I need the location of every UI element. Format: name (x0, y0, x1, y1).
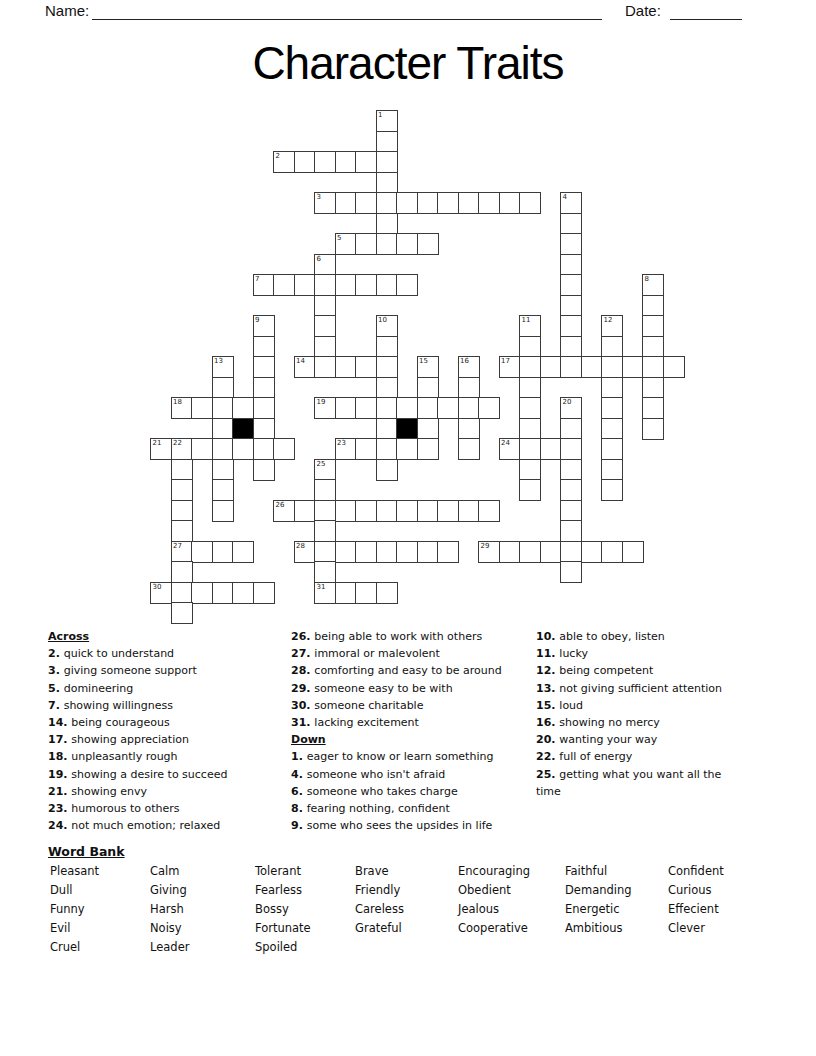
grid-cell[interactable] (396, 274, 418, 296)
cell-number: 16 (460, 357, 469, 365)
word-bank-word: Demanding (565, 881, 632, 900)
grid-cell[interactable] (560, 459, 582, 481)
grid-cell[interactable] (417, 438, 439, 460)
crossword-grid: 1234567891011121314151617181920212223242… (150, 110, 687, 627)
grid-cell[interactable] (335, 397, 357, 419)
cell-number: 12 (604, 316, 613, 324)
grid-cell[interactable] (396, 192, 418, 214)
grid-cell[interactable] (437, 500, 459, 522)
grid-cell[interactable] (314, 336, 336, 358)
grid-cell[interactable] (458, 500, 480, 522)
grid-cell[interactable] (212, 438, 234, 460)
word-bank-column: CalmGivingHarshNoisyLeader (150, 862, 189, 957)
grid-cell[interactable] (376, 213, 398, 235)
grid-cell[interactable] (560, 315, 582, 337)
clue-item: 31. lacking excitement (291, 714, 533, 731)
clue-item: 9. some who sees the upsides in life (291, 817, 533, 834)
clue-item: 13. not giving sufficient attention (536, 680, 744, 697)
grid-cell[interactable] (355, 541, 377, 563)
grid-cell[interactable] (396, 500, 418, 522)
grid-cell[interactable] (273, 274, 295, 296)
grid-cell[interactable]: 17 (499, 356, 521, 378)
cell-number: 18 (173, 398, 182, 406)
word-bank-word: Calm (150, 862, 189, 881)
grid-cell[interactable] (499, 541, 521, 563)
clue-item: 28. comforting and easy to be around (291, 662, 533, 679)
grid-cell[interactable] (376, 151, 398, 173)
grid-cell[interactable] (478, 500, 500, 522)
grid-cell[interactable] (519, 418, 541, 440)
cell-number: 3 (317, 193, 321, 201)
word-bank-word: Jealous (458, 900, 530, 919)
grid-cell[interactable] (376, 356, 398, 378)
grid-cell[interactable] (314, 315, 336, 337)
clue-item: 21. showing envy (48, 783, 286, 800)
word-bank-word: Confident (668, 862, 724, 881)
clue-item: 16. showing no mercy (536, 714, 744, 731)
grid-cell[interactable] (376, 131, 398, 153)
clue-item: 15. loud (536, 697, 744, 714)
grid-cell[interactable] (560, 418, 582, 440)
grid-cell[interactable]: 23 (335, 438, 357, 460)
grid-cell[interactable] (519, 459, 541, 481)
grid-cell[interactable] (499, 192, 521, 214)
grid-cell[interactable] (171, 479, 193, 501)
grid-cell[interactable] (437, 541, 459, 563)
clue-number: 19. (48, 768, 71, 781)
clue-number: 12. (536, 664, 559, 677)
grid-cell[interactable] (376, 336, 398, 358)
grid-cell[interactable] (314, 151, 336, 173)
cell-number: 23 (337, 439, 346, 447)
grid-cell[interactable] (355, 582, 377, 604)
grid-cell[interactable]: 21 (150, 438, 172, 460)
grid-cell[interactable]: 15 (417, 356, 439, 378)
grid-cell[interactable] (294, 500, 316, 522)
grid-cell[interactable]: 24 (499, 438, 521, 460)
grid-cell[interactable] (253, 377, 275, 399)
grid-cell[interactable] (560, 356, 582, 378)
grid-cell[interactable] (560, 336, 582, 358)
grid-cell[interactable] (376, 233, 398, 255)
grid-cell[interactable] (560, 520, 582, 542)
word-bank-word: Friendly (355, 881, 404, 900)
black-cell (396, 418, 418, 440)
clue-item: 3. giving someone support (48, 662, 286, 679)
grid-cell[interactable] (335, 500, 357, 522)
cell-number: 28 (296, 542, 305, 550)
cell-number: 9 (255, 316, 259, 324)
grid-cell[interactable] (212, 397, 234, 419)
clues-column-3: 10. able to obey, listen11. lucky12. bei… (536, 628, 744, 800)
grid-cell[interactable]: 31 (314, 582, 336, 604)
clue-number: 5. (48, 682, 64, 695)
cell-number: 27 (173, 542, 182, 550)
grid-cell[interactable] (355, 438, 377, 460)
grid-cell[interactable] (171, 500, 193, 522)
clue-number: 21. (48, 785, 71, 798)
grid-cell[interactable] (212, 479, 234, 501)
grid-cell[interactable] (601, 377, 623, 399)
word-bank-word: Tolerant (255, 862, 311, 881)
grid-cell[interactable] (355, 500, 377, 522)
clue-number: 23. (48, 802, 71, 815)
grid-cell[interactable] (314, 479, 336, 501)
grid-cell[interactable] (376, 172, 398, 194)
cell-number: 14 (296, 357, 305, 365)
grid-cell[interactable] (519, 479, 541, 501)
clue-item: 2. quick to understand (48, 645, 286, 662)
grid-cell[interactable] (601, 438, 623, 460)
cell-number: 29 (481, 542, 490, 550)
grid-cell[interactable] (396, 397, 418, 419)
grid-cell[interactable] (519, 336, 541, 358)
clue-number: 14. (48, 716, 71, 729)
grid-cell[interactable] (376, 274, 398, 296)
grid-cell[interactable] (376, 192, 398, 214)
grid-cell[interactable] (601, 459, 623, 481)
word-bank-word: Faithful (565, 862, 632, 881)
grid-cell[interactable] (540, 438, 562, 460)
grid-cell[interactable] (417, 500, 439, 522)
grid-cell[interactable] (622, 541, 644, 563)
clue-item: 5. domineering (48, 680, 286, 697)
grid-cell[interactable]: 19 (314, 397, 336, 419)
grid-cell[interactable] (458, 397, 480, 419)
word-bank-word: Bossy (255, 900, 311, 919)
grid-cell[interactable] (355, 192, 377, 214)
grid-cell[interactable]: 26 (273, 500, 295, 522)
grid-cell[interactable]: 12 (601, 315, 623, 337)
grid-cell[interactable] (212, 500, 234, 522)
clue-item: 12. being competent (536, 662, 744, 679)
grid-cell[interactable] (171, 582, 193, 604)
grid-cell[interactable] (335, 582, 357, 604)
name-label: Name: (45, 2, 89, 19)
clue-number: 25. (536, 768, 559, 781)
clue-number: 1. (291, 750, 307, 763)
grid-cell[interactable] (314, 274, 336, 296)
grid-cell[interactable] (376, 397, 398, 419)
clue-item: 27. immoral or malevolent (291, 645, 533, 662)
grid-cell[interactable] (396, 541, 418, 563)
grid-cell[interactable]: 5 (335, 233, 357, 255)
grid-cell[interactable] (519, 438, 541, 460)
cell-number: 7 (255, 275, 259, 283)
grid-cell[interactable]: 16 (458, 356, 480, 378)
grid-cell[interactable] (642, 336, 664, 358)
clue-item: 26. being able to work with others (291, 628, 533, 645)
clue-number: 7. (48, 699, 64, 712)
grid-cell[interactable] (458, 438, 480, 460)
word-bank-word: Brave (355, 862, 404, 881)
grid-cell[interactable] (519, 541, 541, 563)
grid-cell[interactable]: 4 (560, 192, 582, 214)
grid-cell[interactable] (642, 397, 664, 419)
grid-cell[interactable] (314, 561, 336, 583)
clue-item: 20. wanting your way (536, 731, 744, 748)
grid-cell[interactable] (560, 479, 582, 501)
grid-cell[interactable] (458, 418, 480, 440)
worksheet-page: Name: Date: Character Traits 12345678910… (0, 0, 816, 1056)
grid-cell[interactable] (642, 356, 664, 378)
grid-cell[interactable] (560, 500, 582, 522)
grid-cell[interactable] (191, 582, 213, 604)
grid-cell[interactable] (458, 377, 480, 399)
cell-number: 20 (563, 398, 572, 406)
clue-number: 24. (48, 819, 71, 832)
grid-cell[interactable] (376, 438, 398, 460)
grid-cell[interactable] (355, 151, 377, 173)
grid-cell[interactable] (335, 151, 357, 173)
grid-cell[interactable] (540, 356, 562, 378)
grid-cell[interactable] (540, 541, 562, 563)
clue-item: 22. full of energy (536, 748, 744, 765)
grid-cell[interactable] (253, 418, 275, 440)
grid-cell[interactable] (560, 541, 582, 563)
clue-number: 10. (536, 630, 559, 643)
clue-number: 2. (48, 647, 64, 660)
grid-cell[interactable] (212, 418, 234, 440)
grid-cell[interactable] (519, 377, 541, 399)
grid-cell[interactable] (601, 479, 623, 501)
name-line[interactable] (92, 3, 602, 20)
word-bank-word: Curious (668, 881, 724, 900)
grid-cell[interactable] (642, 295, 664, 317)
word-bank-word: Funny (50, 900, 99, 919)
grid-cell[interactable] (396, 438, 418, 460)
grid-cell[interactable] (417, 233, 439, 255)
grid-cell[interactable] (560, 561, 582, 583)
clue-item: 11. lucky (536, 645, 744, 662)
clue-item: 25. getting what you want all the time (536, 766, 744, 800)
grid-cell[interactable] (560, 213, 582, 235)
word-bank-word: Obedient (458, 881, 530, 900)
date-line[interactable] (670, 3, 742, 20)
date-label: Date: (625, 2, 661, 19)
grid-cell[interactable]: 1 (376, 110, 398, 132)
word-bank-title: Word Bank (48, 844, 125, 859)
grid-cell[interactable] (335, 356, 357, 378)
clue-item: 4. someone who isn't afraid (291, 766, 533, 783)
grid-cell[interactable] (212, 377, 234, 399)
grid-cell[interactable] (458, 192, 480, 214)
grid-cell[interactable] (294, 151, 316, 173)
word-bank-column: TolerantFearlessBossyFortunateSpoiled (255, 862, 311, 957)
grid-cell[interactable]: 28 (294, 541, 316, 563)
cell-number: 5 (337, 234, 341, 242)
word-bank-word: Dull (50, 881, 99, 900)
grid-cell[interactable] (314, 500, 336, 522)
grid-cell[interactable] (601, 418, 623, 440)
grid-cell[interactable] (417, 377, 439, 399)
grid-cell[interactable] (253, 356, 275, 378)
grid-cell[interactable] (253, 336, 275, 358)
clue-number: 13. (536, 682, 559, 695)
grid-cell[interactable]: 10 (376, 315, 398, 337)
grid-cell[interactable] (376, 500, 398, 522)
grid-cell[interactable] (376, 418, 398, 440)
grid-cell[interactable] (335, 192, 357, 214)
grid-cell[interactable] (642, 377, 664, 399)
grid-cell[interactable] (417, 192, 439, 214)
grid-cell[interactable] (335, 541, 357, 563)
grid-cell[interactable]: 30 (150, 582, 172, 604)
grid-cell[interactable] (622, 356, 644, 378)
grid-cell[interactable] (355, 233, 377, 255)
grid-cell[interactable] (417, 418, 439, 440)
grid-cell[interactable] (253, 397, 275, 419)
word-bank-word: Careless (355, 900, 404, 919)
grid-cell[interactable]: 29 (478, 541, 500, 563)
word-bank-word: Spoiled (255, 938, 311, 957)
clue-number: 4. (291, 768, 307, 781)
clue-item: 6. someone who takes charge (291, 783, 533, 800)
grid-cell[interactable] (601, 541, 623, 563)
clue-number: 28. (291, 664, 314, 677)
grid-cell[interactable] (171, 561, 193, 583)
clue-item: 30. someone charitable (291, 697, 533, 714)
grid-cell[interactable] (519, 356, 541, 378)
grid-cell[interactable] (171, 602, 193, 624)
word-bank-word: Giving (150, 881, 189, 900)
cell-number: 17 (501, 357, 510, 365)
cell-number: 11 (522, 316, 531, 324)
grid-cell[interactable] (581, 356, 603, 378)
grid-cell[interactable] (417, 397, 439, 419)
grid-cell[interactable] (519, 397, 541, 419)
clue-number: 27. (291, 647, 314, 660)
grid-cell[interactable] (355, 356, 377, 378)
black-cell (232, 418, 254, 440)
grid-cell[interactable] (663, 356, 685, 378)
word-bank-word: Evil (50, 919, 99, 938)
grid-cell[interactable] (212, 582, 234, 604)
grid-cell[interactable] (355, 397, 377, 419)
grid-cell[interactable] (396, 233, 418, 255)
grid-cell[interactable]: 9 (253, 315, 275, 337)
grid-cell[interactable]: 2 (273, 151, 295, 173)
word-bank-word: Fearless (255, 881, 311, 900)
cell-number: 22 (173, 439, 182, 447)
grid-cell[interactable] (253, 438, 275, 460)
clue-number: 17. (48, 733, 71, 746)
grid-cell[interactable] (601, 356, 623, 378)
grid-cell[interactable] (212, 541, 234, 563)
word-bank-column: FaithfulDemandingEnergeticAmbitious (565, 862, 632, 938)
word-bank-word: Noisy (150, 919, 189, 938)
grid-cell[interactable]: 22 (171, 438, 193, 460)
grid-cell[interactable]: 6 (314, 254, 336, 276)
grid-cell[interactable] (560, 274, 582, 296)
grid-cell[interactable]: 27 (171, 541, 193, 563)
word-bank-column: EncouragingObedientJealousCooperative (458, 862, 530, 938)
grid-cell[interactable] (642, 315, 664, 337)
grid-cell[interactable]: 3 (314, 192, 336, 214)
grid-cell[interactable] (232, 438, 254, 460)
grid-cell[interactable] (376, 582, 398, 604)
clue-item: 8. fearing nothing, confident (291, 800, 533, 817)
grid-cell[interactable] (212, 459, 234, 481)
word-bank-word: Clever (668, 919, 724, 938)
grid-cell[interactable] (191, 397, 213, 419)
word-bank-word: Harsh (150, 900, 189, 919)
grid-cell[interactable] (232, 582, 254, 604)
clue-item: 29. someone easy to be with (291, 680, 533, 697)
clue-number: 29. (291, 682, 314, 695)
grid-cell[interactable] (191, 541, 213, 563)
word-bank-word: Encouraging (458, 862, 530, 881)
grid-cell[interactable] (601, 397, 623, 419)
grid-cell[interactable] (581, 541, 603, 563)
clue-number: 31. (291, 716, 314, 729)
grid-cell[interactable] (437, 397, 459, 419)
grid-cell[interactable] (437, 192, 459, 214)
grid-cell[interactable] (478, 192, 500, 214)
grid-cell[interactable] (314, 541, 336, 563)
grid-cell[interactable] (560, 233, 582, 255)
cell-number: 2 (276, 152, 280, 160)
grid-cell[interactable] (314, 520, 336, 542)
grid-cell[interactable] (417, 541, 439, 563)
grid-cell[interactable] (478, 397, 500, 419)
clue-item: 17. showing appreciation (48, 731, 286, 748)
grid-cell[interactable]: 20 (560, 397, 582, 419)
grid-cell[interactable] (273, 438, 295, 460)
grid-cell[interactable] (376, 377, 398, 399)
grid-cell[interactable] (171, 520, 193, 542)
word-bank-column: PleasantDullFunnyEvilCruel (50, 862, 99, 957)
grid-cell[interactable] (519, 192, 541, 214)
grid-cell[interactable] (601, 336, 623, 358)
cell-number: 26 (276, 501, 285, 509)
grid-cell[interactable] (232, 541, 254, 563)
grid-cell[interactable] (314, 356, 336, 378)
grid-cell[interactable] (376, 459, 398, 481)
clue-item: 14. being courageous (48, 714, 286, 731)
clue-number: 11. (536, 647, 559, 660)
grid-cell[interactable] (560, 295, 582, 317)
cell-number: 30 (153, 583, 162, 591)
grid-cell[interactable]: 7 (253, 274, 275, 296)
grid-cell[interactable] (355, 274, 377, 296)
grid-cell[interactable]: 25 (314, 459, 336, 481)
grid-cell[interactable] (232, 397, 254, 419)
grid-cell[interactable] (253, 459, 275, 481)
clues-column-1: Across2. quick to understand3. giving so… (48, 628, 286, 834)
grid-cell[interactable]: 18 (171, 397, 193, 419)
grid-cell[interactable]: 8 (642, 274, 664, 296)
grid-cell[interactable]: 13 (212, 356, 234, 378)
grid-cell[interactable] (191, 438, 213, 460)
grid-cell[interactable] (642, 418, 664, 440)
word-bank-word: Effecient (668, 900, 724, 919)
grid-cell[interactable] (560, 254, 582, 276)
grid-cell[interactable] (171, 459, 193, 481)
word-bank-word: Grateful (355, 919, 404, 938)
word-bank-column: ConfidentCuriousEffecientClever (668, 862, 724, 938)
grid-cell[interactable] (314, 295, 336, 317)
grid-cell[interactable] (294, 274, 316, 296)
grid-cell[interactable]: 11 (519, 315, 541, 337)
grid-cell[interactable] (376, 541, 398, 563)
word-bank-column: BraveFriendlyCarelessGrateful (355, 862, 404, 938)
grid-cell[interactable]: 14 (294, 356, 316, 378)
grid-cell[interactable] (560, 438, 582, 460)
grid-cell[interactable] (253, 582, 275, 604)
grid-cell[interactable] (335, 274, 357, 296)
down-header: Down (291, 731, 533, 748)
